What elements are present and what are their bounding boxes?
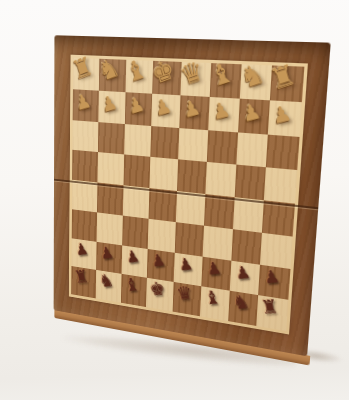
square-r2c1[interactable] [98, 122, 125, 155]
square-r2c6[interactable] [236, 132, 268, 168]
square-r2c4[interactable] [178, 128, 208, 163]
dark-knight[interactable]: ♞ [224, 286, 258, 319]
square-r3c3[interactable] [150, 157, 178, 191]
dark-pawn[interactable]: ♟ [255, 260, 290, 294]
square-r1c7[interactable]: ♟ [268, 100, 302, 136]
square-r3c1[interactable] [97, 152, 123, 185]
dark-bishop[interactable]: ♝ [116, 269, 147, 301]
dark-pawn[interactable]: ♟ [225, 256, 260, 290]
board-frame: ♜♞♝♚♛♝♞♜♟♟♟♟♟♟♟♟♟♟♟♟♟♟♟♟♜♞♝♚♛♝♞♜ [54, 35, 331, 356]
square-r3c2[interactable] [123, 155, 150, 188]
square-r2c0[interactable] [72, 120, 98, 153]
square-r2c7[interactable] [266, 134, 299, 170]
dark-queen[interactable]: ♛ [168, 278, 201, 310]
square-r3c5[interactable] [205, 162, 236, 197]
dark-bishop[interactable]: ♝ [196, 282, 229, 315]
square-r2c2[interactable] [124, 124, 152, 158]
dark-pawn[interactable]: ♟ [169, 248, 202, 281]
square-r3c7[interactable] [264, 168, 297, 204]
chess-board: ♜♞♝♚♛♝♞♜♟♟♟♟♟♟♟♟♟♟♟♟♟♟♟♟♜♞♝♚♛♝♞♜ [54, 35, 331, 356]
photo-backdrop: ♜♞♝♚♛♝♞♜♟♟♟♟♟♟♟♟♟♟♟♟♟♟♟♟♜♞♝♚♛♝♞♜ [0, 0, 349, 400]
dark-rook[interactable]: ♜ [253, 291, 288, 325]
dark-pawn[interactable]: ♟ [197, 252, 231, 286]
square-r3c0[interactable] [72, 150, 98, 182]
square-r2c3[interactable] [151, 126, 180, 160]
dark-knight[interactable]: ♞ [91, 265, 121, 296]
square-r2c5[interactable] [207, 130, 238, 165]
square-r7c7[interactable]: ♜ [257, 295, 289, 331]
square-r3c6[interactable] [234, 165, 266, 201]
square-r3c4[interactable] [177, 160, 207, 194]
